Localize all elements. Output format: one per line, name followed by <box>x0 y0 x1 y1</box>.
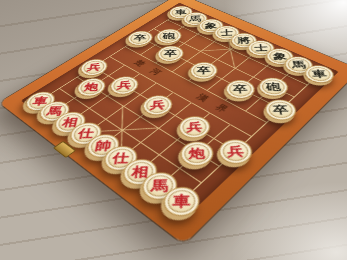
piece-character: 兵 <box>142 96 171 115</box>
piece-character: 仕 <box>104 146 137 169</box>
board-field: 楚 河 漢 界 車馬象士將士象馬車砲砲卒卒卒卒卒兵兵兵兵兵炮炮車馬相仕帥仕相馬車 <box>21 3 339 220</box>
piece-character: 卒 <box>127 31 152 45</box>
piece-red-soldier[interactable]: 兵 <box>172 112 216 143</box>
board-point[interactable] <box>89 97 123 120</box>
piece-character: 炮 <box>76 78 106 95</box>
piece-character: 相 <box>54 112 87 132</box>
board-point[interactable] <box>230 111 266 136</box>
board-point[interactable] <box>175 103 210 127</box>
piece-red-chariot[interactable]: 車 <box>156 181 206 222</box>
piece-character: 相 <box>123 159 157 183</box>
piece-black-soldier[interactable]: 卒 <box>259 95 302 124</box>
piece-character: 車 <box>304 65 335 82</box>
board-point[interactable] <box>140 156 179 186</box>
board-point[interactable] <box>103 131 140 158</box>
piece-character: 馬 <box>143 173 177 199</box>
board-point[interactable] <box>123 95 157 118</box>
board-point[interactable] <box>86 120 122 145</box>
red-palace-diagonal <box>85 128 158 133</box>
board-point[interactable] <box>177 127 214 154</box>
piece-character: 卒 <box>265 100 297 120</box>
board-point[interactable] <box>70 109 105 133</box>
piece-character: 炮 <box>181 142 212 165</box>
piece-character: 卒 <box>226 80 254 98</box>
piece-character: 砲 <box>259 78 289 96</box>
brass-hinge <box>53 141 76 158</box>
piece-red-elephant[interactable]: 相 <box>49 107 92 137</box>
piece-character: 卒 <box>157 46 182 61</box>
piece-character: 兵 <box>109 77 138 94</box>
board-point[interactable] <box>159 141 197 169</box>
board-point[interactable] <box>245 99 280 123</box>
board-point[interactable] <box>122 118 158 143</box>
red-palace-diagonal <box>120 106 123 158</box>
piece-character: 兵 <box>79 59 107 75</box>
piece-character: 砲 <box>157 29 181 43</box>
piece-character: 車 <box>164 187 198 214</box>
board-point[interactable] <box>140 105 175 129</box>
board-point[interactable] <box>179 153 218 183</box>
piece-character: 仕 <box>70 123 103 144</box>
board-point[interactable] <box>194 114 230 139</box>
piece-character: 馬 <box>39 102 71 121</box>
board-point[interactable] <box>191 91 225 114</box>
board-point[interactable] <box>260 87 294 110</box>
piece-red-elephant[interactable]: 相 <box>116 154 163 190</box>
piece-red-advisor[interactable]: 仕 <box>98 141 144 176</box>
piece-red-advisor[interactable]: 仕 <box>65 118 109 149</box>
board-point[interactable] <box>105 107 140 131</box>
piece-character: 帥 <box>86 134 119 156</box>
piece-red-soldier[interactable]: 兵 <box>212 135 258 169</box>
board-point[interactable] <box>140 129 177 156</box>
xiangqi-board-frame: 楚 河 漢 界 車馬象士將士象馬車砲砲卒卒卒卒卒兵兵兵兵兵炮炮車馬相仕帥仕相馬車 <box>0 0 347 244</box>
piece-character: 兵 <box>219 140 251 163</box>
piece-red-general[interactable]: 帥 <box>81 129 126 162</box>
piece-red-cannon[interactable]: 炮 <box>174 137 220 171</box>
board-point[interactable] <box>214 125 251 151</box>
board-point[interactable] <box>197 139 235 167</box>
board-point[interactable] <box>160 169 200 201</box>
river-label-han-jie: 漢 界 <box>193 92 235 117</box>
board-point[interactable] <box>210 101 245 125</box>
piece-red-soldier[interactable]: 兵 <box>136 91 178 119</box>
board-point[interactable] <box>158 116 194 141</box>
board-point[interactable] <box>121 143 159 171</box>
piece-character: 卒 <box>191 62 217 78</box>
photo-scene: 楚 河 漢 界 車馬象士將士象馬車砲砲卒卒卒卒卒兵兵兵兵兵炮炮車馬相仕帥仕相馬車 <box>0 0 347 260</box>
piece-character: 兵 <box>179 117 208 138</box>
piece-red-horse[interactable]: 馬 <box>136 167 185 206</box>
